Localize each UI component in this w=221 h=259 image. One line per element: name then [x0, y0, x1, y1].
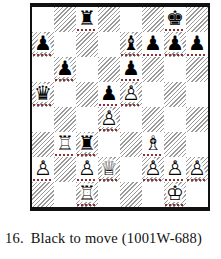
piece-baseline-mark	[99, 104, 119, 106]
square-c4[interactable]	[76, 107, 98, 132]
square-c6[interactable]	[76, 57, 98, 82]
piece-baseline-mark	[165, 179, 185, 181]
black-bishop-e7: ♝	[122, 32, 140, 55]
board-frame: ♜♚♟♝♟♟♟♟♟♛♟♙♙♖♜♗♙♙♕♙♙♙♖♔	[30, 3, 210, 211]
square-f1[interactable]	[142, 182, 164, 207]
piece-baseline-mark	[143, 179, 163, 181]
square-c2[interactable]: ♙	[76, 157, 98, 182]
square-b7[interactable]	[54, 32, 76, 57]
square-d3[interactable]	[98, 132, 120, 157]
square-g5[interactable]	[164, 82, 186, 107]
caption-number: 16.	[5, 230, 24, 246]
square-h5[interactable]	[186, 82, 208, 107]
square-g2[interactable]: ♙	[164, 157, 186, 182]
white-pawn-g2: ♙	[166, 157, 184, 180]
square-c1[interactable]: ♖	[76, 182, 98, 207]
square-c8[interactable]: ♜	[76, 7, 98, 32]
square-a8[interactable]	[32, 7, 54, 32]
square-g6[interactable]	[164, 57, 186, 82]
square-g7[interactable]: ♟	[164, 32, 186, 57]
black-pawn-d5: ♟	[100, 82, 118, 105]
white-pawn-c2: ♙	[78, 157, 96, 180]
white-pawn-a2: ♙	[34, 157, 52, 180]
square-d2[interactable]: ♕	[98, 157, 120, 182]
square-b4[interactable]	[54, 107, 76, 132]
square-g4[interactable]	[164, 107, 186, 132]
black-rook-c8: ♜	[78, 7, 96, 30]
square-b1[interactable]	[54, 182, 76, 207]
square-e1[interactable]	[120, 182, 142, 207]
white-pawn-f2: ♙	[144, 157, 162, 180]
black-pawn-a7: ♟	[34, 32, 52, 55]
square-b5[interactable]	[54, 82, 76, 107]
piece-baseline-mark	[33, 179, 53, 181]
square-f2[interactable]: ♙	[142, 157, 164, 182]
square-a2[interactable]: ♙	[32, 157, 54, 182]
piece-baseline-mark	[77, 154, 97, 156]
square-g3[interactable]	[164, 132, 186, 157]
square-d5[interactable]: ♟	[98, 82, 120, 107]
piece-baseline-mark	[77, 179, 97, 181]
square-a6[interactable]	[32, 57, 54, 82]
square-b8[interactable]	[54, 7, 76, 32]
square-g8[interactable]: ♚	[164, 7, 186, 32]
square-h7[interactable]: ♟	[186, 32, 208, 57]
white-rook-c1: ♖	[78, 182, 96, 205]
square-e8[interactable]	[120, 7, 142, 32]
square-e3[interactable]	[120, 132, 142, 157]
square-c7[interactable]	[76, 32, 98, 57]
square-f4[interactable]	[142, 107, 164, 132]
black-pawn-g7: ♟	[166, 32, 184, 55]
page: ♜♚♟♝♟♟♟♟♟♛♟♙♙♖♜♗♙♙♕♙♙♙♖♔ 16.Black to mov…	[0, 0, 221, 259]
black-queen-a5: ♛	[34, 82, 52, 105]
square-h4[interactable]	[186, 107, 208, 132]
square-f8[interactable]	[142, 7, 164, 32]
square-e6[interactable]: ♟	[120, 57, 142, 82]
square-c5[interactable]	[76, 82, 98, 107]
white-rook-b3: ♖	[56, 132, 74, 155]
piece-baseline-mark	[55, 154, 75, 156]
square-f5[interactable]	[142, 82, 164, 107]
square-b3[interactable]: ♖	[54, 132, 76, 157]
square-d6[interactable]	[98, 57, 120, 82]
black-king-g8: ♚	[166, 7, 184, 30]
square-e4[interactable]	[120, 107, 142, 132]
piece-baseline-mark	[165, 29, 185, 31]
piece-baseline-mark	[143, 154, 163, 156]
black-pawn-b6: ♟	[56, 57, 74, 80]
black-pawn-f7: ♟	[144, 32, 162, 55]
square-e2[interactable]	[120, 157, 142, 182]
piece-baseline-mark	[33, 104, 53, 106]
white-queen-d2: ♕	[100, 157, 118, 180]
piece-baseline-mark	[121, 54, 141, 56]
square-f6[interactable]	[142, 57, 164, 82]
square-h8[interactable]	[186, 7, 208, 32]
square-b2[interactable]	[54, 157, 76, 182]
black-pawn-h7: ♟	[188, 32, 206, 55]
white-bishop-f3: ♗	[144, 132, 162, 155]
piece-baseline-mark	[165, 54, 185, 56]
square-g1[interactable]: ♔	[164, 182, 186, 207]
square-h1[interactable]	[186, 182, 208, 207]
square-d4[interactable]: ♙	[98, 107, 120, 132]
white-king-g1: ♔	[166, 182, 184, 205]
white-pawn-d4: ♙	[100, 107, 118, 130]
piece-baseline-mark	[165, 204, 185, 206]
square-h2[interactable]: ♙	[186, 157, 208, 182]
square-e5[interactable]: ♙	[120, 82, 142, 107]
black-pawn-e6: ♟	[122, 57, 140, 80]
board: ♜♚♟♝♟♟♟♟♟♛♟♙♙♖♜♗♙♙♕♙♙♙♖♔	[32, 7, 208, 207]
piece-baseline-mark	[121, 79, 141, 81]
square-a1[interactable]	[32, 182, 54, 207]
piece-baseline-mark	[33, 54, 53, 56]
black-rook-c3: ♜	[78, 132, 96, 155]
square-b6[interactable]: ♟	[54, 57, 76, 82]
square-a3[interactable]	[32, 132, 54, 157]
square-a4[interactable]	[32, 107, 54, 132]
piece-baseline-mark	[121, 104, 141, 106]
square-d7[interactable]	[98, 32, 120, 57]
piece-baseline-mark	[99, 179, 119, 181]
caption-text: Black to move (1001W-688)	[31, 230, 202, 246]
white-pawn-e5: ♙	[122, 82, 140, 105]
square-f7[interactable]: ♟	[142, 32, 164, 57]
square-d1[interactable]	[98, 182, 120, 207]
square-a7[interactable]: ♟	[32, 32, 54, 57]
square-d8[interactable]	[98, 7, 120, 32]
piece-baseline-mark	[99, 129, 119, 131]
white-pawn-h2: ♙	[188, 157, 206, 180]
square-h6[interactable]	[186, 57, 208, 82]
piece-baseline-mark	[187, 179, 207, 181]
square-a5[interactable]: ♛	[32, 82, 54, 107]
piece-baseline-mark	[55, 79, 75, 81]
square-h3[interactable]	[186, 132, 208, 157]
piece-baseline-mark	[77, 204, 97, 206]
caption: 16.Black to move (1001W-688)	[5, 230, 219, 247]
square-e7[interactable]: ♝	[120, 32, 142, 57]
square-f3[interactable]: ♗	[142, 132, 164, 157]
piece-baseline-mark	[77, 29, 97, 31]
piece-baseline-mark	[187, 54, 207, 56]
piece-baseline-mark	[143, 54, 163, 56]
square-c3[interactable]: ♜	[76, 132, 98, 157]
